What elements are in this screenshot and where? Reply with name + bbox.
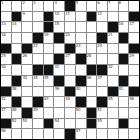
cell-9-0[interactable]: 42 — [1, 97, 11, 107]
block-cell-11-0 — [1, 119, 11, 129]
cell-11-3[interactable] — [33, 119, 43, 129]
clue-number: 45 — [108, 96, 113, 101]
block-cell-12-6 — [65, 129, 75, 139]
clue-number: 8 — [119, 0, 121, 5]
cell-8-8[interactable] — [87, 87, 97, 97]
block-cell-8-6 — [65, 87, 75, 97]
cell-10-3[interactable]: 49 — [33, 108, 43, 118]
block-cell-5-5 — [54, 54, 64, 64]
cell-4-1[interactable] — [12, 44, 22, 54]
cell-8-1[interactable]: 38 — [12, 87, 22, 97]
cell-8-2[interactable] — [22, 87, 32, 97]
cell-5-10[interactable] — [108, 54, 118, 64]
clue-number: 40 — [76, 86, 81, 91]
cell-4-3[interactable]: 22 — [33, 44, 43, 54]
clue-number: 19 — [44, 32, 49, 37]
cell-7-9[interactable]: 37 — [97, 76, 107, 86]
block-cell-4-6 — [65, 44, 75, 54]
block-cell-6-9 — [97, 65, 107, 75]
cell-8-7[interactable]: 40 — [76, 87, 86, 97]
cell-7-8[interactable]: 36 — [87, 76, 97, 86]
clue-number: 21 — [108, 32, 113, 37]
cell-0-7[interactable]: 5 — [76, 1, 86, 11]
clue-number: 56 — [1, 128, 6, 133]
clue-number: 11 — [65, 11, 70, 16]
block-cell-8-10 — [108, 87, 118, 97]
clue-number: 53 — [22, 118, 27, 123]
cell-9-12[interactable]: 46 — [129, 97, 139, 107]
cell-7-12[interactable] — [129, 76, 139, 86]
cell-7-6[interactable] — [65, 76, 75, 86]
cell-7-2[interactable]: 33 — [22, 76, 32, 86]
block-cell-4-12 — [129, 44, 139, 54]
cell-3-6[interactable]: 20 — [65, 33, 75, 43]
clue-number: 39 — [54, 86, 59, 91]
cell-3-12[interactable] — [129, 33, 139, 43]
cell-5-8[interactable]: 28 — [87, 54, 97, 64]
block-cell-9-9 — [97, 97, 107, 107]
clue-number: 33 — [22, 75, 27, 80]
cell-1-7[interactable] — [76, 12, 86, 22]
cell-5-3[interactable] — [33, 54, 43, 64]
clue-number: 20 — [65, 32, 70, 37]
block-cell-11-11 — [119, 119, 129, 129]
cell-6-2[interactable] — [22, 65, 32, 75]
clue-number: 42 — [1, 96, 6, 101]
cell-5-6[interactable]: 27 — [65, 54, 75, 64]
clue-number: 32 — [108, 64, 113, 69]
cell-0-3[interactable]: 3 — [33, 1, 43, 11]
cell-3-1[interactable] — [12, 33, 22, 43]
clue-number: 17 — [129, 21, 134, 26]
clue-number: 9 — [22, 11, 24, 16]
clue-number: 30 — [1, 64, 6, 69]
cell-1-10[interactable] — [108, 12, 118, 22]
clue-number: 12 — [97, 11, 102, 16]
cell-1-5[interactable]: 10 — [54, 12, 64, 22]
cell-4-4[interactable] — [44, 44, 54, 54]
cell-10-9[interactable]: 51 — [97, 108, 107, 118]
cell-12-5[interactable] — [54, 129, 64, 139]
clue-number: 7 — [108, 0, 110, 5]
cell-3-10[interactable]: 21 — [108, 33, 118, 43]
clue-number: 41 — [119, 86, 124, 91]
cell-2-9[interactable] — [97, 22, 107, 32]
cell-8-9[interactable] — [97, 87, 107, 97]
cell-8-4[interactable] — [44, 87, 54, 97]
cell-3-2[interactable] — [22, 33, 32, 43]
block-cell-11-8 — [87, 119, 97, 129]
block-cell-1-8 — [87, 12, 97, 22]
clue-number: 54 — [54, 118, 59, 123]
clue-number: 43 — [44, 96, 49, 101]
cell-0-8[interactable] — [87, 1, 97, 11]
cell-8-3[interactable] — [33, 87, 43, 97]
cell-12-11[interactable] — [119, 129, 129, 139]
block-cell-9-3 — [33, 97, 43, 107]
block-cell-1-1 — [12, 12, 22, 22]
cell-7-3[interactable]: 34 — [33, 76, 43, 86]
clue-number: 47 — [1, 107, 6, 112]
cell-5-4[interactable] — [44, 54, 54, 64]
block-cell-7-7 — [76, 76, 86, 86]
cell-11-9[interactable]: 55 — [97, 119, 107, 129]
cell-1-6[interactable]: 11 — [65, 12, 75, 22]
cell-2-2[interactable] — [22, 22, 32, 32]
block-cell-4-0 — [1, 44, 11, 54]
cell-12-4[interactable] — [44, 129, 54, 139]
clue-number: 23 — [76, 43, 81, 48]
cell-10-12[interactable] — [129, 108, 139, 118]
block-cell-6-3 — [33, 65, 43, 75]
block-cell-3-3 — [33, 33, 43, 43]
block-cell-7-11 — [119, 76, 129, 86]
cell-11-7[interactable] — [76, 119, 86, 129]
cell-10-10[interactable] — [108, 108, 118, 118]
cell-0-9[interactable]: 6 — [97, 1, 107, 11]
clue-number: 5 — [76, 0, 78, 5]
block-cell-0-6 — [65, 1, 75, 11]
clue-number: 49 — [33, 107, 38, 112]
cell-9-5[interactable] — [54, 97, 64, 107]
cell-3-7[interactable] — [76, 33, 86, 43]
block-cell-2-4 — [44, 22, 54, 32]
cell-0-10[interactable]: 7 — [108, 1, 118, 11]
cell-12-3[interactable] — [33, 129, 43, 139]
clue-number: 57 — [76, 128, 81, 133]
clue-number: 1 — [1, 0, 3, 5]
cell-2-5[interactable]: 15 — [54, 22, 64, 32]
cell-11-2[interactable]: 53 — [22, 119, 32, 129]
clue-number: 31 — [54, 64, 59, 69]
cell-2-1[interactable]: 14 — [12, 22, 22, 32]
clue-number: 6 — [97, 0, 99, 5]
clue-number: 25 — [1, 53, 6, 58]
cell-10-7[interactable]: 50 — [76, 108, 86, 118]
cell-12-12[interactable] — [129, 129, 139, 139]
clue-number: 34 — [33, 75, 38, 80]
cell-12-7[interactable]: 57 — [76, 129, 86, 139]
cell-5-9[interactable] — [97, 54, 107, 64]
cell-2-3[interactable] — [33, 22, 43, 32]
clue-number: 18 — [1, 32, 6, 37]
clue-number: 3 — [33, 0, 35, 5]
cell-12-1[interactable] — [12, 129, 22, 139]
block-cell-3-11 — [119, 33, 129, 43]
cell-1-0[interactable] — [1, 12, 11, 22]
cell-6-7[interactable] — [76, 65, 86, 75]
cell-6-6[interactable] — [65, 65, 75, 75]
block-cell-10-2 — [22, 108, 32, 118]
cell-4-7[interactable]: 23 — [76, 44, 86, 54]
clue-number: 48 — [12, 107, 17, 112]
block-cell-11-4 — [44, 119, 54, 129]
block-cell-2-10 — [108, 22, 118, 32]
cell-1-3[interactable] — [33, 12, 43, 22]
clue-number: 36 — [87, 75, 92, 80]
cell-4-10[interactable] — [108, 44, 118, 54]
block-cell-5-1 — [12, 54, 22, 64]
clue-number: 38 — [12, 86, 17, 91]
cell-0-1[interactable] — [12, 1, 22, 11]
cell-5-2[interactable]: 26 — [22, 54, 32, 64]
cell-0-0[interactable]: 1 — [1, 1, 11, 11]
cell-0-2[interactable]: 2 — [22, 1, 32, 11]
cell-11-1[interactable]: 52 — [12, 119, 22, 129]
cell-10-4[interactable] — [44, 108, 54, 118]
cell-0-4[interactable] — [44, 1, 54, 11]
cell-6-1[interactable] — [12, 65, 22, 75]
clue-number: 26 — [22, 53, 27, 58]
cell-10-11[interactable] — [119, 108, 129, 118]
cell-10-0[interactable]: 47 — [1, 108, 11, 118]
block-cell-7-5 — [54, 76, 64, 86]
block-cell-5-11 — [119, 54, 129, 64]
cell-2-0[interactable]: 13 — [1, 22, 11, 32]
cell-5-0[interactable]: 25 — [1, 54, 11, 64]
cell-4-9[interactable]: 24 — [97, 44, 107, 54]
crossword-grid: 1234567891011121314151617181920212223242… — [0, 0, 140, 140]
cell-9-11[interactable] — [119, 97, 129, 107]
cell-5-12[interactable]: 29 — [129, 54, 139, 64]
block-cell-6-4 — [44, 65, 54, 75]
clue-number: 14 — [12, 21, 17, 26]
cell-6-12[interactable] — [129, 65, 139, 75]
cell-3-8[interactable] — [87, 33, 97, 43]
cell-9-4[interactable]: 43 — [44, 97, 54, 107]
clue-number: 13 — [1, 21, 6, 26]
cell-2-8[interactable] — [87, 22, 97, 32]
cell-6-11[interactable] — [119, 65, 129, 75]
cell-9-10[interactable]: 45 — [108, 97, 118, 107]
cell-6-10[interactable]: 32 — [108, 65, 118, 75]
cell-12-0[interactable]: 56 — [1, 129, 11, 139]
clue-number: 4 — [54, 0, 56, 5]
cell-7-4[interactable]: 35 — [44, 76, 54, 86]
block-cell-7-1 — [12, 76, 22, 86]
block-cell-6-8 — [87, 65, 97, 75]
clue-number: 24 — [97, 43, 102, 48]
cell-4-11[interactable] — [119, 44, 129, 54]
cell-12-9[interactable] — [97, 129, 107, 139]
clue-number: 16 — [119, 21, 124, 26]
block-cell-3-5 — [54, 33, 64, 43]
cell-12-2[interactable] — [22, 129, 32, 139]
block-cell-8-12 — [129, 87, 139, 97]
clue-number: 22 — [33, 43, 38, 48]
clue-number: 27 — [65, 53, 70, 58]
cell-12-10[interactable] — [108, 129, 118, 139]
cell-11-10[interactable] — [108, 119, 118, 129]
cell-4-8[interactable] — [87, 44, 97, 54]
cell-3-0[interactable]: 18 — [1, 33, 11, 43]
clue-number: 29 — [129, 53, 134, 58]
cell-12-8[interactable] — [87, 129, 97, 139]
cell-0-11[interactable]: 8 — [119, 1, 129, 11]
cell-1-11[interactable] — [119, 12, 129, 22]
cell-6-0[interactable]: 30 — [1, 65, 11, 75]
cell-6-5[interactable]: 31 — [54, 65, 64, 75]
clue-number: 35 — [44, 75, 49, 80]
cell-2-6[interactable] — [65, 22, 75, 32]
block-cell-9-1 — [12, 97, 22, 107]
block-cell-1-12 — [129, 12, 139, 22]
cell-7-10[interactable] — [108, 76, 118, 86]
clue-number: 51 — [97, 107, 102, 112]
clue-number: 10 — [54, 11, 59, 16]
cell-4-5[interactable] — [54, 44, 64, 54]
cell-1-2[interactable]: 9 — [22, 12, 32, 22]
clue-number: 37 — [97, 75, 102, 80]
clue-number: 44 — [65, 96, 70, 101]
clue-number: 2 — [22, 0, 24, 5]
block-cell-10-8 — [87, 108, 97, 118]
cell-10-1[interactable]: 48 — [12, 108, 22, 118]
block-cell-9-7 — [76, 97, 86, 107]
crossword-board: 1234567891011121314151617181920212223242… — [0, 0, 140, 140]
cell-2-11[interactable]: 16 — [119, 22, 129, 32]
cell-11-12[interactable] — [129, 119, 139, 129]
block-cell-8-0 — [1, 87, 11, 97]
cell-0-5[interactable]: 4 — [54, 1, 64, 11]
cell-11-6[interactable] — [65, 119, 75, 129]
clue-number: 50 — [76, 107, 81, 112]
block-cell-3-9 — [97, 33, 107, 43]
cell-9-8[interactable] — [87, 97, 97, 107]
block-cell-4-2 — [22, 44, 32, 54]
cell-8-11[interactable]: 41 — [119, 87, 129, 97]
cell-8-5[interactable]: 39 — [54, 87, 64, 97]
clue-number: 15 — [54, 21, 59, 26]
clue-number: 46 — [129, 96, 134, 101]
block-cell-5-7 — [76, 54, 86, 64]
cell-9-2[interactable] — [22, 97, 32, 107]
cell-10-5[interactable] — [54, 108, 64, 118]
clue-number: 55 — [97, 118, 102, 123]
clue-number: 52 — [12, 118, 17, 123]
cell-11-5[interactable]: 54 — [54, 119, 64, 129]
cell-7-0[interactable] — [1, 76, 11, 86]
block-cell-1-4 — [44, 12, 54, 22]
cell-0-12[interactable] — [129, 1, 139, 11]
cell-1-9[interactable]: 12 — [97, 12, 107, 22]
clue-number: 28 — [87, 53, 92, 58]
cell-2-12[interactable]: 17 — [129, 22, 139, 32]
cell-10-6[interactable] — [65, 108, 75, 118]
cell-9-6[interactable]: 44 — [65, 97, 75, 107]
cell-2-7[interactable] — [76, 22, 86, 32]
cell-3-4[interactable]: 19 — [44, 33, 54, 43]
